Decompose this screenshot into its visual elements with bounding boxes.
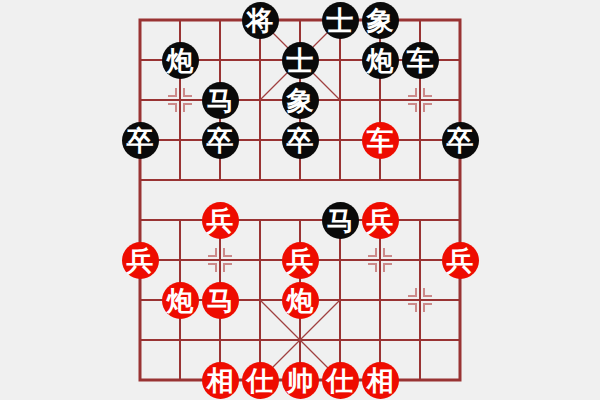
- piece-red-cannon[interactable]: 炮: [162, 282, 199, 319]
- star-point-marker: [184, 104, 192, 112]
- piece-red-horse[interactable]: 马: [202, 282, 239, 319]
- piece-red-soldier[interactable]: 兵: [202, 202, 239, 239]
- star-point-marker: [424, 88, 432, 96]
- star-point-marker: [408, 304, 416, 312]
- star-point-marker: [384, 248, 392, 256]
- piece-red-chariot[interactable]: 车: [362, 122, 399, 159]
- piece-red-cannon[interactable]: 炮: [282, 282, 319, 319]
- piece-black-advisor[interactable]: 士: [322, 2, 359, 39]
- star-point-marker: [424, 104, 432, 112]
- piece-red-soldier[interactable]: 兵: [122, 242, 159, 279]
- piece-red-advisor[interactable]: 仕: [322, 362, 359, 399]
- piece-black-cannon[interactable]: 炮: [362, 42, 399, 79]
- piece-black-horse[interactable]: 马: [322, 202, 359, 239]
- piece-black-soldier[interactable]: 卒: [122, 122, 159, 159]
- piece-black-chariot[interactable]: 车: [402, 42, 439, 79]
- star-point-marker: [408, 288, 416, 296]
- piece-black-elephant[interactable]: 象: [362, 2, 399, 39]
- piece-red-soldier[interactable]: 兵: [442, 242, 479, 279]
- star-point-marker: [408, 88, 416, 96]
- xiangqi-app: 将士象炮士炮车马象卒卒卒卒马车兵兵兵兵兵炮马炮相仕帅仕相: [0, 0, 600, 400]
- star-point-marker: [224, 248, 232, 256]
- star-point-marker: [208, 248, 216, 256]
- star-point-marker: [368, 248, 376, 256]
- piece-black-general[interactable]: 将: [242, 2, 279, 39]
- star-point-marker: [184, 88, 192, 96]
- piece-red-general[interactable]: 帅: [282, 362, 319, 399]
- star-point-marker: [424, 288, 432, 296]
- piece-red-elephant[interactable]: 相: [362, 362, 399, 399]
- piece-black-soldier[interactable]: 卒: [442, 122, 479, 159]
- piece-black-cannon[interactable]: 炮: [162, 42, 199, 79]
- piece-black-soldier[interactable]: 卒: [282, 122, 319, 159]
- star-point-marker: [168, 104, 176, 112]
- piece-black-advisor[interactable]: 士: [282, 42, 319, 79]
- star-point-marker: [368, 264, 376, 272]
- star-point-marker: [384, 264, 392, 272]
- piece-red-elephant[interactable]: 相: [202, 362, 239, 399]
- piece-red-soldier[interactable]: 兵: [362, 202, 399, 239]
- star-point-marker: [424, 304, 432, 312]
- piece-black-horse[interactable]: 马: [202, 82, 239, 119]
- star-point-marker: [168, 88, 176, 96]
- xiangqi-board[interactable]: 将士象炮士炮车马象卒卒卒卒马车兵兵兵兵兵炮马炮相仕帅仕相: [0, 0, 600, 400]
- piece-black-soldier[interactable]: 卒: [202, 122, 239, 159]
- piece-black-elephant[interactable]: 象: [282, 82, 319, 119]
- piece-red-advisor[interactable]: 仕: [242, 362, 279, 399]
- star-point-marker: [208, 264, 216, 272]
- piece-red-soldier[interactable]: 兵: [282, 242, 319, 279]
- star-point-marker: [408, 104, 416, 112]
- star-point-marker: [224, 264, 232, 272]
